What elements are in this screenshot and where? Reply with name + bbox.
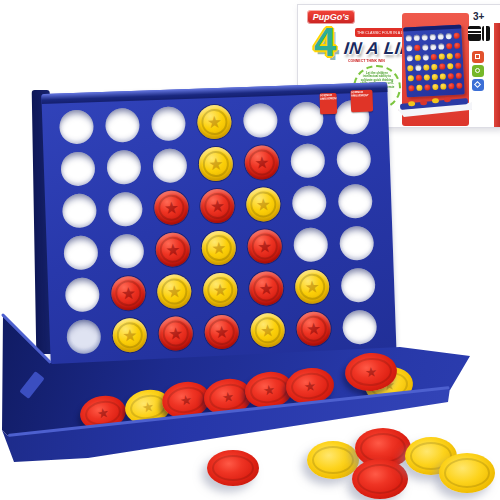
mini-disc — [424, 74, 430, 80]
disc-star-emboss: ★ — [295, 269, 330, 304]
disc-yellow: ★ — [250, 313, 285, 348]
mini-hole — [422, 34, 428, 40]
empty-hole — [289, 101, 324, 136]
mini-hole — [415, 65, 421, 71]
mini-tray-disc — [444, 96, 451, 102]
mini-disc — [448, 73, 454, 79]
mini-disc — [415, 55, 421, 61]
product-photo: PupGo's THE CLASSIC FOUR IN A LINE GAME … — [0, 0, 500, 500]
empty-hole — [59, 109, 94, 144]
box-art-panel — [402, 13, 469, 126]
mini-hole — [438, 43, 444, 49]
mini-disc — [414, 45, 420, 51]
empty-hole — [339, 226, 374, 261]
box-title-number: 4 — [314, 22, 336, 62]
board-grid: ★★★★★★★★★★★★★★★★★★★ — [53, 95, 384, 358]
mini-disc — [416, 85, 422, 91]
mini-hole — [406, 35, 412, 41]
disc-yellow: ★ — [203, 272, 238, 307]
mini-disc — [408, 85, 414, 91]
brand-mark-icon — [468, 26, 490, 42]
empty-hole — [62, 193, 97, 228]
mini-disc — [454, 33, 460, 39]
loose-disc-yellow — [307, 441, 359, 479]
loose-disc-red — [352, 459, 408, 499]
disc-star-emboss: ★ — [200, 188, 235, 223]
disc-star-emboss: ★ — [247, 229, 282, 264]
mini-tray-disc — [420, 99, 427, 105]
mini-disc — [408, 75, 414, 81]
mini-disc — [447, 53, 453, 59]
disc-red: ★ — [247, 229, 282, 264]
disc-star-emboss: ★ — [203, 272, 238, 307]
empty-hole — [60, 151, 95, 186]
disc-star-emboss: ★ — [158, 316, 193, 351]
loose-disc-red — [207, 450, 259, 486]
disc-star-emboss: ★ — [250, 313, 285, 348]
empty-hole — [293, 227, 328, 262]
disc-red: ★ — [200, 188, 235, 223]
disc-star-emboss: ★ — [246, 187, 281, 222]
empty-hole — [338, 184, 373, 219]
disc-star-emboss: ★ — [155, 232, 190, 267]
mini-hole — [406, 45, 412, 51]
mini-disc — [416, 75, 422, 81]
mini-disc — [455, 53, 461, 59]
mini-board-grid — [405, 31, 464, 94]
feature-square-green-icon — [472, 65, 484, 77]
empty-hole — [152, 148, 187, 183]
box-spine — [494, 23, 500, 127]
mini-hole — [407, 55, 413, 61]
mini-hole — [438, 33, 444, 39]
mini-disc — [440, 73, 446, 79]
mini-disc — [424, 84, 430, 90]
disc-red: ★ — [158, 316, 193, 351]
mini-disc — [423, 64, 429, 70]
disc-red: ★ — [155, 232, 190, 267]
empty-hole — [109, 234, 144, 269]
loose-disc-yellow — [439, 453, 495, 493]
disc-yellow: ★ — [157, 274, 192, 309]
empty-hole — [243, 103, 278, 138]
mini-tray-disc — [408, 101, 415, 107]
disc-star-emboss: ★ — [197, 105, 232, 140]
empty-hole — [65, 277, 100, 312]
disc-star-emboss: ★ — [111, 276, 146, 311]
empty-hole — [63, 235, 98, 270]
empty-hole — [290, 143, 325, 178]
disc-red: ★ — [154, 190, 189, 225]
mini-disc — [447, 63, 453, 69]
disc-yellow: ★ — [198, 146, 233, 181]
empty-hole — [66, 319, 101, 354]
empty-hole — [108, 192, 143, 227]
feature-square-orange-icon — [472, 51, 484, 63]
empty-hole — [341, 268, 376, 303]
mini-board — [403, 25, 465, 98]
tray-disc-red: ★ — [343, 351, 398, 393]
disc-red: ★ — [244, 145, 279, 180]
mini-disc — [432, 74, 438, 80]
empty-hole — [105, 108, 140, 143]
disc-star-emboss: ★ — [296, 311, 331, 346]
disc-star-emboss: ★ — [157, 274, 192, 309]
mini-disc — [431, 64, 437, 70]
mini-disc — [446, 43, 452, 49]
mini-disc — [440, 83, 446, 89]
disc-yellow: ★ — [197, 105, 232, 140]
disc-star-emboss: ★ — [201, 230, 236, 265]
disc-star-emboss: ★ — [204, 314, 239, 349]
disc-star-emboss: ★ — [249, 271, 284, 306]
board-sticker-text: SCIENCE AMUSEMENT — [319, 93, 336, 101]
feature-square-blue-icon — [472, 79, 484, 91]
disc-yellow: ★ — [295, 269, 330, 304]
mini-hole — [414, 35, 420, 41]
empty-hole — [336, 142, 371, 177]
board-sticker: SCIENCE AMUSEMENT — [319, 93, 337, 115]
mini-disc — [448, 83, 454, 89]
empty-hole — [342, 310, 377, 345]
disc-star-emboss: ★ — [244, 145, 279, 180]
game-board: ★★★★★★★★★★★★★★★★★★★ SCIENCE AMUSEMENT SC… — [41, 82, 396, 368]
empty-hole — [106, 150, 141, 185]
mini-hole — [423, 54, 429, 60]
disc-red: ★ — [204, 314, 239, 349]
disc-red: ★ — [296, 311, 331, 346]
disc-yellow: ★ — [246, 187, 281, 222]
mini-disc — [439, 63, 445, 69]
disc-red: ★ — [111, 276, 146, 311]
mini-disc — [431, 54, 437, 60]
mini-disc — [456, 73, 462, 79]
mini-hole — [430, 34, 436, 40]
disc-red: ★ — [249, 271, 284, 306]
mini-hole — [446, 33, 452, 39]
mini-disc — [432, 84, 438, 90]
mini-disc — [439, 53, 445, 59]
disc-star-emboss: ★ — [112, 318, 147, 353]
disc-yellow: ★ — [112, 318, 147, 353]
disc-star-emboss: ★ — [154, 190, 189, 225]
board-sticker-text: SCIENCE AMUSEMENT — [350, 90, 371, 98]
mini-disc — [456, 83, 462, 89]
mini-disc — [407, 65, 413, 71]
empty-hole — [151, 106, 186, 141]
empty-hole — [292, 185, 327, 220]
mini-disc — [454, 43, 460, 49]
disc-star-emboss: ★ — [343, 351, 398, 393]
disc-yellow: ★ — [201, 230, 236, 265]
mini-tray-disc — [432, 98, 439, 104]
mini-hole — [422, 44, 428, 50]
mini-disc — [455, 63, 461, 69]
disc-star-emboss: ★ — [198, 146, 233, 181]
board-sticker: SCIENCE AMUSEMENT — [350, 90, 373, 113]
age-rating: 3+ — [473, 11, 484, 22]
mini-hole — [430, 44, 436, 50]
